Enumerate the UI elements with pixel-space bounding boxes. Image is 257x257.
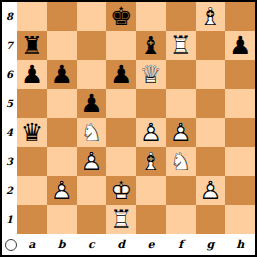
square-g1[interactable] [196,205,226,234]
square-e7[interactable]: ♝ [136,31,166,60]
square-f4[interactable]: ♟♙ [166,118,196,147]
square-e8[interactable] [136,2,166,31]
square-f6[interactable] [166,60,196,89]
square-d7[interactable] [106,31,136,60]
square-g4[interactable] [196,118,226,147]
piece-white-knight: ♞♘ [167,148,194,175]
square-a7[interactable]: ♜ [17,31,47,60]
square-h4[interactable] [225,118,255,147]
piece-white-king: ♚♔ [108,177,135,204]
rank-label-7: 7 [2,31,17,60]
white-to-move-indicator [5,239,17,251]
square-g2[interactable]: ♟♙ [196,176,226,205]
chess-diagram: 8♚♝♗7♜♝♜♖♟6♟♟♟♛♕5♟4♛♞♘♟♙♟♙3♟♙♝♗♞♘2♟♙♚♔♟♙… [0,0,257,257]
square-b6[interactable]: ♟ [47,60,77,89]
file-label-g: g [196,234,226,255]
piece-black-bishop: ♝ [137,32,164,59]
rank-label-2: 2 [2,176,17,205]
file-label-c: c [77,234,107,255]
square-f3[interactable]: ♞♘ [166,147,196,176]
square-f5[interactable] [166,89,196,118]
square-e6[interactable]: ♛♕ [136,60,166,89]
square-h7[interactable]: ♟ [225,31,255,60]
square-h6[interactable] [225,60,255,89]
square-d1[interactable]: ♜♖ [106,205,136,234]
square-b4[interactable] [47,118,77,147]
rank-label-5: 5 [2,89,17,118]
square-e1[interactable] [136,205,166,234]
square-c4[interactable]: ♞♘ [77,118,107,147]
square-c7[interactable] [77,31,107,60]
piece-white-knight: ♞♘ [78,119,105,146]
square-f8[interactable] [166,2,196,31]
piece-black-pawn: ♟ [227,32,254,59]
piece-black-pawn: ♟ [78,90,105,117]
side-to-move-cell [2,234,17,255]
square-c2[interactable] [77,176,107,205]
piece-white-bishop: ♝♗ [137,148,164,175]
square-d2[interactable]: ♚♔ [106,176,136,205]
piece-black-queen: ♛ [18,119,45,146]
square-g3[interactable] [196,147,226,176]
piece-white-rook: ♜♖ [167,32,194,59]
file-label-e: e [136,234,166,255]
square-b8[interactable] [47,2,77,31]
square-e3[interactable]: ♝♗ [136,147,166,176]
rank-label-8: 8 [2,2,17,31]
square-f7[interactable]: ♜♖ [166,31,196,60]
piece-white-pawn: ♟♙ [137,119,164,146]
piece-black-pawn: ♟ [18,61,45,88]
square-e2[interactable] [136,176,166,205]
file-label-a: a [17,234,47,255]
rank-label-1: 1 [2,205,17,234]
square-e4[interactable]: ♟♙ [136,118,166,147]
square-b3[interactable] [47,147,77,176]
file-label-f: f [166,234,196,255]
square-e5[interactable] [136,89,166,118]
piece-black-pawn: ♟ [108,61,135,88]
piece-white-queen: ♛♕ [137,61,164,88]
piece-white-bishop: ♝♗ [197,3,224,30]
square-h1[interactable] [225,205,255,234]
square-c5[interactable]: ♟ [77,89,107,118]
square-a1[interactable] [17,205,47,234]
square-b5[interactable] [47,89,77,118]
square-a5[interactable] [17,89,47,118]
square-b7[interactable] [47,31,77,60]
square-a2[interactable] [17,176,47,205]
square-g7[interactable] [196,31,226,60]
square-b1[interactable] [47,205,77,234]
piece-black-rook: ♜ [18,32,45,59]
square-h3[interactable] [225,147,255,176]
square-d8[interactable]: ♚ [106,2,136,31]
piece-white-pawn: ♟♙ [78,148,105,175]
square-d4[interactable] [106,118,136,147]
square-h8[interactable] [225,2,255,31]
piece-black-pawn: ♟ [48,61,75,88]
square-h2[interactable] [225,176,255,205]
square-f2[interactable] [166,176,196,205]
square-a6[interactable]: ♟ [17,60,47,89]
square-g8[interactable]: ♝♗ [196,2,226,31]
rank-label-6: 6 [2,60,17,89]
square-c8[interactable] [77,2,107,31]
square-f1[interactable] [166,205,196,234]
square-d3[interactable] [106,147,136,176]
square-c6[interactable] [77,60,107,89]
piece-white-pawn: ♟♙ [167,119,194,146]
square-a4[interactable]: ♛ [17,118,47,147]
square-h5[interactable] [225,89,255,118]
square-c1[interactable] [77,205,107,234]
file-label-d: d [106,234,136,255]
square-b2[interactable]: ♟♙ [47,176,77,205]
piece-white-rook: ♜♖ [108,206,135,233]
square-g5[interactable] [196,89,226,118]
square-d5[interactable] [106,89,136,118]
file-label-h: h [225,234,255,255]
file-label-b: b [47,234,77,255]
square-g6[interactable] [196,60,226,89]
piece-white-pawn: ♟♙ [197,177,224,204]
rank-label-4: 4 [2,118,17,147]
chess-board: 8♚♝♗7♜♝♜♖♟6♟♟♟♛♕5♟4♛♞♘♟♙♟♙3♟♙♝♗♞♘2♟♙♚♔♟♙… [2,2,255,255]
square-a3[interactable] [17,147,47,176]
square-d6[interactable]: ♟ [106,60,136,89]
square-a8[interactable] [17,2,47,31]
rank-label-3: 3 [2,147,17,176]
piece-white-pawn: ♟♙ [48,177,75,204]
square-c3[interactable]: ♟♙ [77,147,107,176]
piece-black-king: ♚ [108,3,135,30]
